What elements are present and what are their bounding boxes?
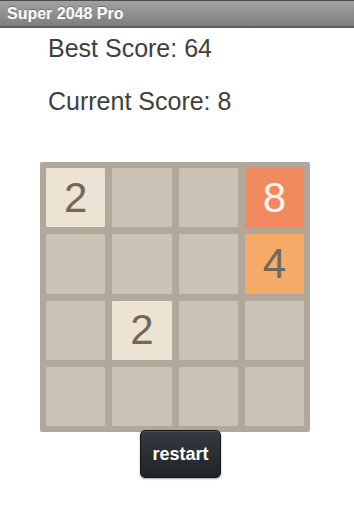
board-cell-empty [46, 367, 105, 426]
tile-8: 8 [245, 168, 304, 227]
game-board[interactable]: 2842 [40, 162, 310, 432]
title-bar: Super 2048 Pro [0, 0, 354, 28]
board-cell-empty [179, 168, 238, 227]
board-cell-empty [179, 301, 238, 360]
board-cell-empty [112, 367, 171, 426]
restart-button[interactable]: restart [140, 430, 221, 478]
current-score-text: Current Score: 8 [48, 87, 231, 116]
board-cell-empty [46, 234, 105, 293]
board-cell-empty [245, 367, 304, 426]
best-score-text: Best Score: 64 [48, 34, 212, 63]
app-title: Super 2048 Pro [0, 5, 124, 23]
tile-4: 4 [245, 234, 304, 293]
board-cell-empty [46, 301, 105, 360]
board-cell-empty [112, 234, 171, 293]
tile-2: 2 [46, 168, 105, 227]
board-cell-empty [179, 367, 238, 426]
board-cell-empty [245, 301, 304, 360]
board-cell-empty [112, 168, 171, 227]
tile-2: 2 [112, 301, 171, 360]
board-cell-empty [179, 234, 238, 293]
app-screen: Super 2048 Pro Best Score: 64 Current Sc… [0, 0, 354, 512]
